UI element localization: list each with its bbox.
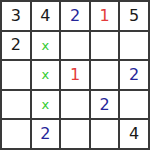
cell-r5c2[interactable]: 2 [32,120,60,148]
cell-r5c5[interactable]: 4 [120,120,148,148]
cell-r3c2[interactable]: x [32,61,60,89]
cell-r3c1[interactable] [2,61,30,89]
cell-r1c2[interactable]: 4 [32,2,60,30]
cell-r4c1[interactable] [2,91,30,119]
cell-r5c4[interactable] [91,120,119,148]
cell-r2c2[interactable]: x [32,32,60,60]
cell-r5c3[interactable] [61,120,89,148]
cell-r2c3[interactable] [61,32,89,60]
cell-r3c3[interactable]: 1 [61,61,89,89]
cell-r3c4[interactable] [91,61,119,89]
cell-r2c1[interactable]: 2 [2,32,30,60]
cell-r2c5[interactable] [120,32,148,60]
cell-r1c5[interactable]: 5 [120,2,148,30]
cell-r2c4[interactable] [91,32,119,60]
cell-r4c4[interactable]: 2 [91,91,119,119]
cell-r1c3[interactable]: 2 [61,2,89,30]
cell-r4c5[interactable] [120,91,148,119]
cell-r5c1[interactable] [2,120,30,148]
cell-r1c1[interactable]: 3 [2,2,30,30]
cell-r4c2[interactable]: x [32,91,60,119]
cell-r1c4[interactable]: 1 [91,2,119,30]
cell-r4c3[interactable] [61,91,89,119]
puzzle-board: 342152xx12x224 [0,0,150,150]
cell-r3c5[interactable]: 2 [120,61,148,89]
